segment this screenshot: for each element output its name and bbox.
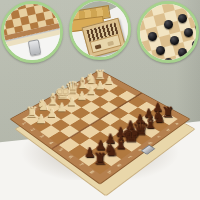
piece-white-knight: ♞ [29, 98, 56, 113]
square-h8: ♜ [89, 159, 111, 174]
square-c7: ♟ [130, 119, 150, 131]
inset-checkers-closeup [137, 1, 199, 63]
checker-piece-icon [156, 46, 165, 55]
square-g6 [79, 138, 100, 152]
checker-piece-icon [178, 14, 187, 23]
checker-piece-icon [148, 32, 157, 41]
checker-piece-icon [184, 28, 193, 37]
piece-white-rook: ♜ [87, 68, 112, 81]
checker-piece-icon [178, 48, 187, 57]
square-f7: ♟ [100, 138, 121, 152]
chess-board: ♜♟♟♜♞♟♟♞♝♟♟♝♛♟♟♛♚♟♟♚♝♟♟♝♞♟♟♞♜♟♟♜ 1234567… [11, 71, 189, 184]
checker-piece-icon [164, 58, 173, 63]
square-h5 [59, 138, 80, 152]
inset-latch-closeup [1, 1, 63, 63]
product-photo: ♜♟♟♜♞♟♟♞♝♟♟♝♛♟♟♛♚♟♟♚♝♟♟♝♞♟♟♞♜♟♟♜ 1234567… [0, 0, 200, 200]
clasp-icon [28, 39, 41, 56]
checker-piece-icon [164, 20, 173, 29]
inset-open-box [69, 0, 131, 60]
checker-piece-icon [170, 36, 179, 45]
